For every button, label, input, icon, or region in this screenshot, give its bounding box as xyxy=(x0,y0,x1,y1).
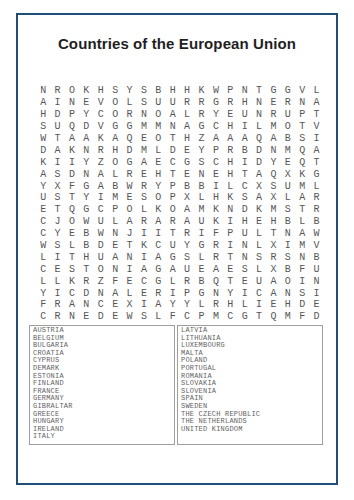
cell-r10c4: Y xyxy=(79,192,93,204)
cell-r15c17: R xyxy=(266,251,280,263)
cell-r11c5: C xyxy=(94,204,108,216)
cell-r3c9: O xyxy=(151,109,165,121)
cell-r6c16: D xyxy=(252,144,266,156)
cell-r10c5: I xyxy=(94,192,108,204)
cell-r7c19: Q xyxy=(295,156,309,168)
cell-r12c9: A xyxy=(151,216,165,228)
cell-r6c11: E xyxy=(180,144,194,156)
cell-r17c9: G xyxy=(151,275,165,287)
cell-r14c17: X xyxy=(266,240,280,252)
cell-r10c15: S xyxy=(237,192,251,204)
cell-r4c10: N xyxy=(166,121,180,133)
cell-r13c1: C xyxy=(36,228,50,240)
cell-r17c19: I xyxy=(295,275,309,287)
cell-r8c19: K xyxy=(295,168,309,180)
cell-r12c6: L xyxy=(108,216,122,228)
cell-r5c17: A xyxy=(266,133,280,145)
cell-r16c14: E xyxy=(223,263,237,275)
word-list: AUSTRIABELGIUMBULGARIACROATIACYPRUSDEMAR… xyxy=(29,325,323,445)
cell-r14c14: I xyxy=(223,240,237,252)
cell-r12c8: R xyxy=(137,216,151,228)
cell-r20c14: C xyxy=(223,311,237,323)
cell-r13c4: B xyxy=(79,228,93,240)
cell-r16c15: S xyxy=(237,263,251,275)
cell-r14c7: T xyxy=(122,240,136,252)
cell-r3c17: R xyxy=(266,109,280,121)
cell-r5c20: I xyxy=(309,133,323,145)
cell-r2c2: I xyxy=(50,97,64,109)
cell-r11c3: Q xyxy=(65,204,79,216)
cell-r1c15: N xyxy=(237,85,251,97)
cell-r13c12: I xyxy=(194,228,208,240)
cell-r8c4: N xyxy=(79,168,93,180)
cell-r3c7: R xyxy=(122,109,136,121)
cell-r4c19: T xyxy=(295,121,309,133)
cell-r7c3: I xyxy=(65,156,79,168)
cell-r6c14: R xyxy=(223,144,237,156)
cell-r9c17: S xyxy=(266,180,280,192)
cell-r13c20: W xyxy=(309,228,323,240)
cell-r5c18: B xyxy=(281,133,295,145)
cell-r10c16: A xyxy=(252,192,266,204)
cell-r1c16: T xyxy=(252,85,266,97)
cell-r3c16: N xyxy=(252,109,266,121)
cell-r13c17: T xyxy=(266,228,280,240)
cell-r6c1: D xyxy=(36,144,50,156)
cell-r1c20: L xyxy=(309,85,323,97)
cell-r8c10: T xyxy=(166,168,180,180)
cell-r16c7: I xyxy=(122,263,136,275)
cell-r3c13: Y xyxy=(209,109,223,121)
cell-r5c8: E xyxy=(137,133,151,145)
cell-r15c12: L xyxy=(194,251,208,263)
cell-r16c20: U xyxy=(309,263,323,275)
cell-r3c14: E xyxy=(223,109,237,121)
cell-r9c10: P xyxy=(166,180,180,192)
cell-r9c15: C xyxy=(237,180,251,192)
cell-r9c5: A xyxy=(94,180,108,192)
cell-r18c9: R xyxy=(151,287,165,299)
cell-r12c19: L xyxy=(295,216,309,228)
cell-r15c13: R xyxy=(209,251,223,263)
cell-r4c1: S xyxy=(36,121,50,133)
cell-r3c8: N xyxy=(137,109,151,121)
cell-r8c13: E xyxy=(209,168,223,180)
cell-r19c2: R xyxy=(50,299,64,311)
cell-r18c16: C xyxy=(252,287,266,299)
cell-r6c8: M xyxy=(137,144,151,156)
cell-r18c3: C xyxy=(65,287,79,299)
cell-r3c15: U xyxy=(237,109,251,121)
cell-r19c6: E xyxy=(108,299,122,311)
cell-r8c11: E xyxy=(180,168,194,180)
cell-r18c14: Y xyxy=(223,287,237,299)
cell-r3c2: D xyxy=(50,109,64,121)
cell-r4c13: C xyxy=(209,121,223,133)
cell-r15c2: I xyxy=(50,251,64,263)
cell-r15c10: G xyxy=(166,251,180,263)
cell-r2c12: R xyxy=(194,97,208,109)
puzzle-title: Countries of the European Union xyxy=(18,35,336,52)
cell-r5c11: H xyxy=(180,133,194,145)
cell-r5c12: Z xyxy=(194,133,208,145)
cell-r7c18: E xyxy=(281,156,295,168)
cell-r18c12: G xyxy=(194,287,208,299)
cell-r20c12: P xyxy=(194,311,208,323)
cell-r7c12: S xyxy=(194,156,208,168)
cell-r13c3: E xyxy=(65,228,79,240)
cell-r14c5: D xyxy=(94,240,108,252)
cell-r8c16: A xyxy=(252,168,266,180)
cell-r9c20: L xyxy=(309,180,323,192)
cell-r16c19: F xyxy=(295,263,309,275)
cell-r6c10: D xyxy=(166,144,180,156)
cell-r9c19: M xyxy=(295,180,309,192)
cell-r8c17: Q xyxy=(266,168,280,180)
cell-r4c7: G xyxy=(122,121,136,133)
cell-r3c18: U xyxy=(281,109,295,121)
cell-r1c18: G xyxy=(281,85,295,97)
cell-r13c15: U xyxy=(237,228,251,240)
cell-r8c12: N xyxy=(194,168,208,180)
cell-r2c10: U xyxy=(166,97,180,109)
cell-r16c17: X xyxy=(266,263,280,275)
cell-r5c16: Q xyxy=(252,133,266,145)
cell-r17c2: L xyxy=(50,275,64,287)
cell-r3c19: P xyxy=(295,109,309,121)
cell-r9c8: R xyxy=(137,180,151,192)
cell-r13c6: N xyxy=(108,228,122,240)
cell-r19c4: N xyxy=(79,299,93,311)
cell-r19c9: A xyxy=(151,299,165,311)
cell-r16c18: B xyxy=(281,263,295,275)
cell-r10c6: M xyxy=(108,192,122,204)
cell-r16c2: E xyxy=(50,263,64,275)
cell-r7c7: G xyxy=(122,156,136,168)
cell-r14c11: Y xyxy=(180,240,194,252)
cell-r11c12: M xyxy=(194,204,208,216)
cell-r2c16: N xyxy=(252,97,266,109)
word-list-left-column: AUSTRIABELGIUMBULGARIACROATIACYPRUSDEMAR… xyxy=(29,325,175,445)
cell-r11c20: R xyxy=(309,204,323,216)
cell-r5c14: A xyxy=(223,133,237,145)
cell-r8c5: A xyxy=(94,168,108,180)
cell-r11c15: D xyxy=(237,204,251,216)
cell-r6c17: N xyxy=(266,144,280,156)
cell-r7c8: A xyxy=(137,156,151,168)
cell-r6c19: Q xyxy=(295,144,309,156)
cell-r2c8: S xyxy=(137,97,151,109)
cell-r14c10: U xyxy=(166,240,180,252)
cell-r7c4: Y xyxy=(79,156,93,168)
cell-r12c2: J xyxy=(50,216,64,228)
worksheet-page: Countries of the European Union NROKHSYS… xyxy=(16,13,338,485)
cell-r6c2: A xyxy=(50,144,64,156)
cell-r12c12: U xyxy=(194,216,208,228)
cell-r18c5: N xyxy=(94,287,108,299)
cell-r20c16: T xyxy=(252,311,266,323)
cell-r18c1: Y xyxy=(36,287,50,299)
cell-r2c1: A xyxy=(36,97,50,109)
cell-r19c10: Y xyxy=(166,299,180,311)
cell-r18c19: S xyxy=(295,287,309,299)
cell-r13c9: I xyxy=(151,228,165,240)
cell-r7c6: O xyxy=(108,156,122,168)
cell-r12c10: R xyxy=(166,216,180,228)
cell-r15c19: N xyxy=(295,251,309,263)
cell-r4c11: A xyxy=(180,121,194,133)
cell-r8c1: A xyxy=(36,168,50,180)
cell-r4c2: U xyxy=(50,121,64,133)
cell-r20c2: R xyxy=(50,311,64,323)
cell-r2c4: E xyxy=(79,97,93,109)
cell-r1c5: H xyxy=(94,85,108,97)
cell-r3c1: H xyxy=(36,109,50,121)
cell-r1c9: B xyxy=(151,85,165,97)
cell-r18c17: A xyxy=(266,287,280,299)
cell-r2c13: G xyxy=(209,97,223,109)
cell-r6c5: R xyxy=(94,144,108,156)
word-list-right-column: LATVIALITHUANIALUXEMBOURGMALTAPOLANDPORT… xyxy=(177,325,323,445)
cell-r11c7: O xyxy=(122,204,136,216)
cell-r14c4: B xyxy=(79,240,93,252)
cell-r19c8: I xyxy=(137,299,151,311)
cell-r9c16: X xyxy=(252,180,266,192)
cell-r9c4: G xyxy=(79,180,93,192)
cell-r16c13: A xyxy=(209,263,223,275)
cell-r8c8: E xyxy=(137,168,151,180)
cell-r3c10: A xyxy=(166,109,180,121)
cell-r9c11: B xyxy=(180,180,194,192)
cell-r2c9: U xyxy=(151,97,165,109)
cell-r1c11: H xyxy=(180,85,194,97)
cell-r13c8: I xyxy=(137,228,151,240)
cell-r18c20: I xyxy=(309,287,323,299)
cell-r17c17: A xyxy=(266,275,280,287)
cell-r12c3: O xyxy=(65,216,79,228)
cell-r7c16: D xyxy=(252,156,266,168)
cell-r10c7: E xyxy=(122,192,136,204)
cell-r16c12: E xyxy=(194,263,208,275)
cell-r11c13: K xyxy=(209,204,223,216)
cell-r15c3: T xyxy=(65,251,79,263)
cell-r16c8: A xyxy=(137,263,151,275)
cell-r17c16: U xyxy=(252,275,266,287)
cell-r2c3: N xyxy=(65,97,79,109)
cell-r17c10: L xyxy=(166,275,180,287)
cell-r10c9: O xyxy=(151,192,165,204)
cell-r20c5: D xyxy=(94,311,108,323)
cell-r17c7: E xyxy=(122,275,136,287)
cell-r7c15: I xyxy=(237,156,251,168)
cell-r7c13: C xyxy=(209,156,223,168)
cell-r6c13: P xyxy=(209,144,223,156)
cell-r5c10: T xyxy=(166,133,180,145)
cell-r11c11: A xyxy=(180,204,194,216)
cell-r10c17: X xyxy=(266,192,280,204)
cell-r7c14: H xyxy=(223,156,237,168)
cell-r17c18: O xyxy=(281,275,295,287)
cell-r13c11: R xyxy=(180,228,194,240)
cell-r18c7: L xyxy=(122,287,136,299)
cell-r2c6: O xyxy=(108,97,122,109)
cell-r7c11: G xyxy=(180,156,194,168)
cell-r10c13: H xyxy=(209,192,223,204)
cell-r14c20: V xyxy=(309,240,323,252)
cell-r17c12: B xyxy=(194,275,208,287)
cell-r11c10: O xyxy=(166,204,180,216)
cell-r5c5: K xyxy=(94,133,108,145)
cell-r15c4: H xyxy=(79,251,93,263)
cell-r15c9: A xyxy=(151,251,165,263)
cell-r19c20: E xyxy=(309,299,323,311)
cell-r6c9: L xyxy=(151,144,165,156)
cell-r18c15: I xyxy=(237,287,251,299)
cell-r3c6: O xyxy=(108,109,122,121)
cell-r20c13: M xyxy=(209,311,223,323)
cell-r14c12: G xyxy=(194,240,208,252)
cell-r19c13: R xyxy=(209,299,223,311)
cell-r13c5: W xyxy=(94,228,108,240)
cell-r2c15: H xyxy=(237,97,251,109)
cell-r10c18: L xyxy=(281,192,295,204)
cell-r12c15: H xyxy=(237,216,251,228)
cell-r5c9: O xyxy=(151,133,165,145)
cell-r6c4: N xyxy=(79,144,93,156)
cell-r4c18: O xyxy=(281,121,295,133)
cell-r2c14: R xyxy=(223,97,237,109)
cell-r18c18: N xyxy=(281,287,295,299)
cell-r4c6: G xyxy=(108,121,122,133)
cell-r12c16: E xyxy=(252,216,266,228)
cell-r1c13: W xyxy=(209,85,223,97)
cell-r17c8: C xyxy=(137,275,151,287)
cell-r10c20: R xyxy=(309,192,323,204)
cell-r20c9: L xyxy=(151,311,165,323)
cell-r15c14: T xyxy=(223,251,237,263)
cell-r3c3: P xyxy=(65,109,79,121)
cell-r4c20: V xyxy=(309,121,323,133)
cell-r14c1: W xyxy=(36,240,50,252)
cell-r11c14: N xyxy=(223,204,237,216)
cell-r1c12: K xyxy=(194,85,208,97)
cell-r19c3: A xyxy=(65,299,79,311)
cell-r18c2: I xyxy=(50,287,64,299)
cell-r5c4: A xyxy=(79,133,93,145)
cell-r14c8: K xyxy=(137,240,151,252)
cell-r1c7: Y xyxy=(122,85,136,97)
cell-r15c5: U xyxy=(94,251,108,263)
cell-r8c7: R xyxy=(122,168,136,180)
cell-r20c11: C xyxy=(180,311,194,323)
cell-r3c20: T xyxy=(309,109,323,121)
cell-r19c5: C xyxy=(94,299,108,311)
cell-r20c8: S xyxy=(137,311,151,323)
cell-r19c18: H xyxy=(281,299,295,311)
cell-r20c6: E xyxy=(108,311,122,323)
cell-r14c9: C xyxy=(151,240,165,252)
cell-r9c18: U xyxy=(281,180,295,192)
cell-r15c1: L xyxy=(36,251,50,263)
cell-r11c6: P xyxy=(108,204,122,216)
wordsearch-grid: NROKHSYSBHHKWPNTGGVLAINEVOLSUURRGRHNERNA… xyxy=(36,85,324,323)
cell-r19c11: Y xyxy=(180,299,194,311)
cell-r20c3: N xyxy=(65,311,79,323)
cell-r7c10: C xyxy=(166,156,180,168)
cell-r9c2: X xyxy=(50,180,64,192)
cell-r11c9: K xyxy=(151,204,165,216)
cell-r11c18: S xyxy=(281,204,295,216)
cell-r11c8: L xyxy=(137,204,151,216)
cell-r15c15: N xyxy=(237,251,251,263)
cell-r20c10: F xyxy=(166,311,180,323)
cell-r5c13: A xyxy=(209,133,223,145)
cell-r19c19: D xyxy=(295,299,309,311)
cell-r8c3: D xyxy=(65,168,79,180)
cell-r8c15: T xyxy=(237,168,251,180)
cell-r10c11: X xyxy=(180,192,194,204)
cell-r8c20: G xyxy=(309,168,323,180)
cell-r14c6: E xyxy=(108,240,122,252)
cell-r4c5: V xyxy=(94,121,108,133)
cell-r17c14: T xyxy=(223,275,237,287)
cell-r10c2: S xyxy=(50,192,64,204)
cell-r2c18: R xyxy=(281,97,295,109)
cell-r20c7: W xyxy=(122,311,136,323)
cell-r16c1: C xyxy=(36,263,50,275)
cell-r11c19: T xyxy=(295,204,309,216)
cell-r1c8: S xyxy=(137,85,151,97)
cell-r9c3: F xyxy=(65,180,79,192)
cell-r3c4: Y xyxy=(79,109,93,121)
cell-r14c15: N xyxy=(237,240,251,252)
cell-r7c5: Z xyxy=(94,156,108,168)
cell-r20c17: Q xyxy=(266,311,280,323)
cell-r5c15: A xyxy=(237,133,251,145)
cell-r6c12: Y xyxy=(194,144,208,156)
cell-r18c11: P xyxy=(180,287,194,299)
cell-r1c19: V xyxy=(295,85,309,97)
cell-r6c3: K xyxy=(65,144,79,156)
cell-r9c7: W xyxy=(122,180,136,192)
cell-r7c9: E xyxy=(151,156,165,168)
cell-r12c4: W xyxy=(79,216,93,228)
cell-r4c8: M xyxy=(137,121,151,133)
cell-r20c19: F xyxy=(295,311,309,323)
cell-r20c1: C xyxy=(36,311,50,323)
cell-r16c5: O xyxy=(94,263,108,275)
cell-r19c12: L xyxy=(194,299,208,311)
cell-r6c18: M xyxy=(281,144,295,156)
cell-r15c8: I xyxy=(137,251,151,263)
cell-r14c18: I xyxy=(281,240,295,252)
cell-r3c5: C xyxy=(94,109,108,121)
word-item: ITALY xyxy=(33,433,171,441)
cell-r1c2: R xyxy=(50,85,64,97)
cell-r9c6: B xyxy=(108,180,122,192)
cell-r14c16: L xyxy=(252,240,266,252)
cell-r20c20: D xyxy=(309,311,323,323)
cell-r8c14: H xyxy=(223,168,237,180)
cell-r8c9: H xyxy=(151,168,165,180)
cell-r15c18: S xyxy=(281,251,295,263)
cell-r7c1: K xyxy=(36,156,50,168)
cell-r3c12: R xyxy=(194,109,208,121)
cell-r12c18: B xyxy=(281,216,295,228)
cell-r9c12: B xyxy=(194,180,208,192)
cell-r20c18: M xyxy=(281,311,295,323)
cell-r12c20: B xyxy=(309,216,323,228)
